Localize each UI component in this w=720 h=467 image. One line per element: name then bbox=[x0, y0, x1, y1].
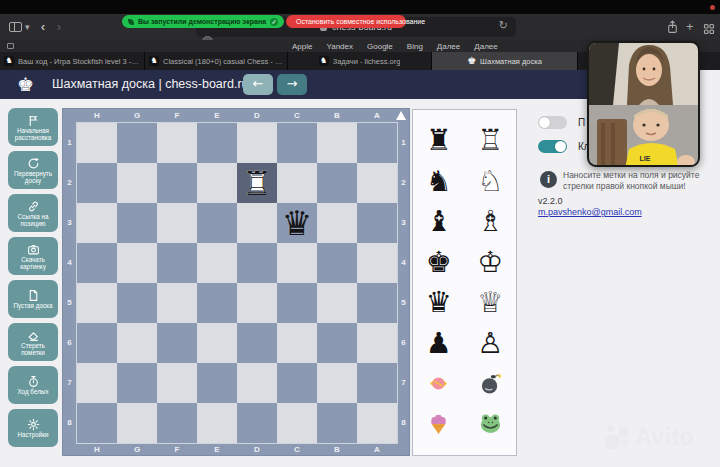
square-b6[interactable] bbox=[317, 323, 357, 363]
rank-label: 5 bbox=[397, 283, 410, 323]
palette-white-knight[interactable]: ♞♘ bbox=[465, 161, 517, 202]
tab-title: Задачи - lichess.org bbox=[333, 57, 401, 66]
square-h6[interactable] bbox=[77, 323, 117, 363]
square-d5[interactable] bbox=[237, 283, 277, 323]
square-e7[interactable] bbox=[197, 363, 237, 403]
webcam-feed-toddler: LIE bbox=[589, 105, 700, 167]
square-c4[interactable] bbox=[277, 243, 317, 283]
square-e1[interactable] bbox=[197, 123, 237, 163]
square-c1[interactable] bbox=[277, 123, 317, 163]
toolbtn-stopwatch[interactable]: Ход белых bbox=[8, 366, 58, 404]
square-c5[interactable] bbox=[277, 283, 317, 323]
square-h3[interactable] bbox=[77, 203, 117, 243]
black-queen[interactable]: ♛ bbox=[277, 203, 317, 243]
lichess-favicon-icon: ♞ bbox=[149, 56, 159, 66]
palette-bomb-icon[interactable] bbox=[465, 363, 517, 404]
square-c6[interactable] bbox=[277, 323, 317, 363]
share-icon[interactable] bbox=[666, 20, 679, 38]
stop-share-text: Остановить совместное использование bbox=[296, 18, 425, 25]
square-c3[interactable]: ♛ bbox=[277, 203, 317, 243]
board-back-button[interactable]: ← bbox=[243, 74, 273, 95]
square-b3[interactable] bbox=[317, 203, 357, 243]
palette-black-king[interactable]: ♚ bbox=[413, 242, 465, 283]
toolbtn-gear[interactable]: Настройки bbox=[8, 409, 58, 447]
menu-bar bbox=[0, 0, 720, 14]
square-f7[interactable] bbox=[157, 363, 197, 403]
file-label: E bbox=[197, 443, 237, 456]
file-label: B bbox=[317, 443, 357, 456]
bookmark-item[interactable]: Bing bbox=[407, 42, 423, 51]
toolbtn-camera[interactable]: Скачать картинку bbox=[8, 237, 58, 275]
bookmark-item[interactable]: Google bbox=[367, 42, 393, 51]
shield-check-icon: ✓ bbox=[270, 18, 278, 26]
rank-label: 8 bbox=[63, 403, 76, 443]
rank-label: 6 bbox=[63, 323, 76, 363]
chess-board: HHGGFFEEDDCCBBAA1122334455667788 ♜♖♛ bbox=[62, 108, 410, 456]
file-label: H bbox=[77, 443, 117, 456]
flip-icon bbox=[27, 156, 40, 169]
back-icon[interactable]: ‹ bbox=[41, 14, 45, 40]
recording-indicator-icon bbox=[710, 5, 715, 10]
square-c2[interactable] bbox=[277, 163, 317, 203]
file-label: A bbox=[357, 109, 397, 122]
tab-overview-icon[interactable] bbox=[703, 21, 715, 39]
gear-icon bbox=[27, 417, 40, 430]
toolbtn-label: Перевернуть доску bbox=[8, 170, 58, 184]
rank-label: 2 bbox=[63, 163, 76, 203]
file-label: A bbox=[357, 443, 397, 456]
toolbtn-label: Ход белых bbox=[15, 388, 50, 395]
square-e3[interactable] bbox=[197, 203, 237, 243]
svg-text:LIE: LIE bbox=[640, 155, 651, 162]
square-d8[interactable] bbox=[237, 403, 277, 443]
toolbtn-label: Ссылка на позицию bbox=[8, 213, 58, 227]
square-b5[interactable] bbox=[317, 283, 357, 323]
square-h4[interactable] bbox=[77, 243, 117, 283]
stopwatch-icon bbox=[27, 374, 40, 387]
rank-label: 7 bbox=[63, 363, 76, 403]
square-e8[interactable] bbox=[197, 403, 237, 443]
hint-text: Наносите метки на поля и рисуйте стрелки… bbox=[563, 170, 707, 192]
browser-tab[interactable]: ♞Ваш ход - Игра Stockfish level 3 - lich… bbox=[0, 52, 145, 70]
toolbtn-flip[interactable]: Перевернуть доску bbox=[8, 151, 58, 189]
square-d4[interactable] bbox=[237, 243, 277, 283]
stop-share-button[interactable]: Остановить совместное использование bbox=[286, 15, 406, 28]
file-label: D bbox=[237, 109, 277, 122]
avito-logo-icon bbox=[604, 423, 630, 451]
rank-label: 6 bbox=[397, 323, 410, 363]
sidebar-toggle-icon[interactable] bbox=[9, 22, 22, 32]
square-g4[interactable] bbox=[117, 243, 157, 283]
piece-palette: ♜♜♖♞♞♘♝♝♗♚♚♔♛♛♕♟♟♙ bbox=[412, 109, 517, 456]
file-label: F bbox=[157, 443, 197, 456]
page-title: Шахматная доска | chess-board.ru bbox=[52, 70, 249, 99]
palette-icecream-icon[interactable] bbox=[413, 404, 465, 445]
square-b2[interactable] bbox=[317, 163, 357, 203]
palette-white-pawn[interactable]: ♟♙ bbox=[465, 323, 517, 364]
square-a5[interactable] bbox=[357, 283, 397, 323]
square-e2[interactable] bbox=[197, 163, 237, 203]
square-a3[interactable] bbox=[357, 203, 397, 243]
rank-label: 4 bbox=[63, 243, 76, 283]
palette-white-king[interactable]: ♚♔ bbox=[465, 242, 517, 283]
square-h5[interactable] bbox=[77, 283, 117, 323]
white-rook[interactable]: ♜♖ bbox=[237, 163, 277, 203]
reload-icon[interactable]: ↻ bbox=[499, 19, 508, 32]
square-g5[interactable] bbox=[117, 283, 157, 323]
square-g2[interactable] bbox=[117, 163, 157, 203]
rank-label: 1 bbox=[63, 123, 76, 163]
screenshare-banner-text: Вы запустили демонстрацию экрана bbox=[138, 18, 266, 25]
rank-label: 5 bbox=[63, 283, 76, 323]
screenshare-banner[interactable]: Вы запустили демонстрацию экрана ✓ bbox=[122, 15, 284, 28]
file-label: F bbox=[157, 109, 197, 122]
palette-black-knight[interactable]: ♞ bbox=[413, 161, 465, 202]
rank-label: 3 bbox=[397, 203, 410, 243]
rank-label: 3 bbox=[63, 203, 76, 243]
toolbtn-eraser[interactable]: Стереть пометки bbox=[8, 323, 58, 361]
forward-icon[interactable]: › bbox=[57, 14, 61, 40]
square-f5[interactable] bbox=[157, 283, 197, 323]
avito-watermark-text: Avito bbox=[635, 424, 694, 451]
square-d2[interactable]: ♜♖ bbox=[237, 163, 277, 203]
palette-frog-icon[interactable] bbox=[465, 404, 517, 445]
tab-title: Ваш ход - Игра Stockfish level 3 - liche… bbox=[18, 57, 140, 66]
browser-tab[interactable]: ♚Шахматная доска bbox=[432, 52, 578, 70]
camera-icon bbox=[27, 242, 40, 255]
square-g8[interactable] bbox=[117, 403, 157, 443]
new-tab-icon[interactable]: + bbox=[686, 14, 694, 40]
bookmark-item[interactable]: Apple bbox=[292, 42, 312, 51]
toolbtn-link[interactable]: Ссылка на позицию bbox=[8, 194, 58, 232]
square-a1[interactable] bbox=[357, 123, 397, 163]
rank-label: 2 bbox=[397, 163, 410, 203]
palette-black-queen[interactable]: ♛ bbox=[413, 282, 465, 323]
file-label: C bbox=[277, 443, 317, 456]
square-b8[interactable] bbox=[317, 403, 357, 443]
square-f3[interactable] bbox=[157, 203, 197, 243]
info-icon: i bbox=[540, 171, 557, 188]
webcam-overlay[interactable]: LIE bbox=[587, 41, 700, 167]
crown-logo-icon: ♚ bbox=[17, 72, 34, 97]
rank-label: 7 bbox=[397, 363, 410, 403]
square-h7[interactable] bbox=[77, 363, 117, 403]
bookmark-item[interactable]: Далее bbox=[437, 42, 460, 51]
toolbtn-label: Стереть пометки bbox=[8, 342, 58, 356]
square-b7[interactable] bbox=[317, 363, 357, 403]
toggle-off-label: П bbox=[578, 117, 585, 128]
square-d3[interactable] bbox=[237, 203, 277, 243]
square-b1[interactable] bbox=[317, 123, 357, 163]
square-f1[interactable] bbox=[157, 123, 197, 163]
square-g3[interactable] bbox=[117, 203, 157, 243]
square-e4[interactable] bbox=[197, 243, 237, 283]
leaf-icon bbox=[128, 19, 134, 25]
file-label: G bbox=[117, 109, 157, 122]
square-a7[interactable] bbox=[357, 363, 397, 403]
palette-white-queen[interactable]: ♛♕ bbox=[465, 282, 517, 323]
flag-icon bbox=[27, 113, 40, 126]
square-f6[interactable] bbox=[157, 323, 197, 363]
square-e5[interactable] bbox=[197, 283, 237, 323]
rank-label: 1 bbox=[397, 123, 410, 163]
palette-candy-icon[interactable] bbox=[413, 363, 465, 404]
rank-label: 8 bbox=[397, 403, 410, 443]
tab-title: Classical (180+0) casual Chess - Challen… bbox=[163, 57, 283, 66]
file-label: B bbox=[317, 109, 357, 122]
browser-tab[interactable]: ♞Задачи - lichess.org bbox=[288, 52, 432, 70]
file-label: G bbox=[117, 443, 157, 456]
tool-sidebar: Начальная расстановкаПеревернуть доскуСс… bbox=[8, 108, 58, 447]
square-a8[interactable] bbox=[357, 403, 397, 443]
square-d6[interactable] bbox=[237, 323, 277, 363]
palette-white-bishop[interactable]: ♝♗ bbox=[465, 201, 517, 242]
square-h2[interactable] bbox=[77, 163, 117, 203]
lichess-favicon-icon: ♞ bbox=[319, 56, 329, 66]
avito-watermark: Avito bbox=[604, 423, 694, 451]
toggle-off[interactable] bbox=[538, 116, 567, 129]
square-d1[interactable] bbox=[237, 123, 277, 163]
square-f2[interactable] bbox=[157, 163, 197, 203]
square-a6[interactable] bbox=[357, 323, 397, 363]
palette-white-rook[interactable]: ♜♖ bbox=[465, 120, 517, 161]
white-to-move-triangle-icon bbox=[396, 111, 406, 120]
toolbtn-label: Начальная расстановка bbox=[8, 127, 58, 141]
square-c8[interactable] bbox=[277, 403, 317, 443]
palette-black-bishop[interactable]: ♝ bbox=[413, 201, 465, 242]
webcam-feed-woman bbox=[589, 43, 700, 105]
file-label: E bbox=[197, 109, 237, 122]
square-d7[interactable] bbox=[237, 363, 277, 403]
tab-title: Шахматная доска bbox=[480, 57, 542, 66]
toolbtn-label: Скачать картинку bbox=[8, 256, 58, 270]
bookmarks-grid-icon[interactable] bbox=[7, 43, 14, 49]
link-icon bbox=[27, 199, 40, 212]
square-e6[interactable] bbox=[197, 323, 237, 363]
square-f8[interactable] bbox=[157, 403, 197, 443]
toolbtn-page[interactable]: Пустая доска bbox=[8, 280, 58, 318]
eraser-icon bbox=[27, 328, 40, 341]
file-label: H bbox=[77, 109, 117, 122]
square-c7[interactable] bbox=[277, 363, 317, 403]
page-icon bbox=[27, 288, 40, 301]
browser-tab[interactable]: ♞Classical (180+0) casual Chess - Challe… bbox=[145, 52, 288, 70]
toolbtn-label: Пустая доска bbox=[12, 302, 55, 309]
rank-label: 4 bbox=[397, 243, 410, 283]
square-h1[interactable] bbox=[77, 123, 117, 163]
file-label: D bbox=[237, 443, 277, 456]
version-label: v2.2.0 bbox=[538, 196, 563, 206]
crown-favicon-icon: ♚ bbox=[467, 56, 476, 66]
file-label: C bbox=[277, 109, 317, 122]
palette-black-pawn[interactable]: ♟ bbox=[413, 323, 465, 364]
bookmark-item[interactable]: Yandex bbox=[326, 42, 353, 51]
board-forward-button[interactable]: → bbox=[277, 74, 307, 95]
square-a4[interactable] bbox=[357, 243, 397, 283]
toggle-on[interactable] bbox=[538, 140, 567, 153]
square-b4[interactable] bbox=[317, 243, 357, 283]
toolbtn-flag[interactable]: Начальная расстановка bbox=[8, 108, 58, 146]
toolbtn-label: Настройки bbox=[16, 431, 51, 438]
chevron-down-icon[interactable]: ▾ bbox=[25, 14, 30, 40]
lichess-favicon-icon: ♞ bbox=[4, 56, 14, 66]
palette-black-rook[interactable]: ♜ bbox=[413, 120, 465, 161]
square-g1[interactable] bbox=[117, 123, 157, 163]
square-a2[interactable] bbox=[357, 163, 397, 203]
square-g7[interactable] bbox=[117, 363, 157, 403]
email-link[interactable]: m.pavshenko@gmail.com bbox=[538, 207, 642, 217]
square-h8[interactable] bbox=[77, 403, 117, 443]
square-f4[interactable] bbox=[157, 243, 197, 283]
bookmark-item[interactable]: Далее bbox=[474, 42, 497, 51]
square-g6[interactable] bbox=[117, 323, 157, 363]
screen: ▾ ‹ › chess-board.ru ↻ + Вы запустили де… bbox=[0, 0, 720, 467]
